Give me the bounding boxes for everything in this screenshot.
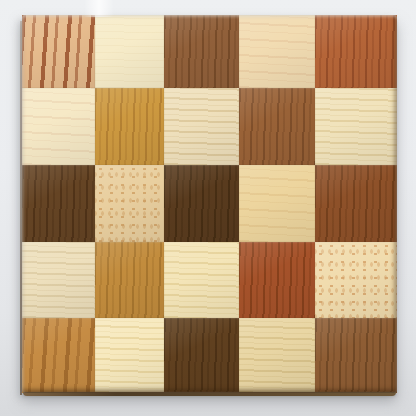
square-r2c1-pine (22, 88, 95, 165)
square-r4c4-mahogany (239, 242, 315, 318)
square-r5c2-spruce (95, 318, 164, 393)
square-r1c5-padauk (315, 15, 397, 88)
square-r1c4-pine (239, 15, 315, 88)
square-r3c2-beech (95, 165, 164, 242)
square-r4c1-ash (22, 242, 95, 318)
square-r5c5-walnut (315, 318, 397, 393)
square-r2c3-ash (164, 88, 239, 165)
square-r3c5-sapele (315, 165, 397, 242)
square-r4c5-beech (315, 242, 397, 318)
square-r1c1-cedar (22, 15, 95, 88)
square-r1c3-walnut (164, 15, 239, 88)
square-r3c3-dark-walnut (164, 165, 239, 242)
square-r2c4-walnut (239, 88, 315, 165)
board-left-edge (20, 21, 22, 395)
square-r4c2-oak (95, 242, 164, 318)
square-r2c5-ash (315, 88, 397, 165)
square-r5c3-dark-walnut (164, 318, 239, 393)
square-r2c2-golden-oak (95, 88, 164, 165)
square-r1c2-spruce (95, 15, 164, 88)
board-bottom-edge (23, 392, 396, 396)
square-r3c4-pine (239, 165, 315, 242)
square-r3c1-dark-walnut (22, 165, 95, 242)
wood-checkerboard (22, 15, 397, 393)
square-r4c3-spruce (164, 242, 239, 318)
square-r5c4-ash (239, 318, 315, 393)
photo-backdrop (0, 0, 416, 416)
square-r5c1-teak (22, 318, 95, 393)
